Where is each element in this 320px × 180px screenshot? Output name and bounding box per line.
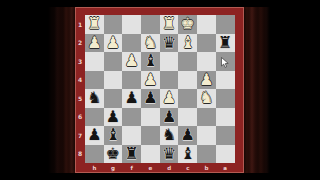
board-square[interactable] <box>178 89 197 108</box>
board-square[interactable] <box>178 52 197 71</box>
board-square[interactable] <box>141 145 160 164</box>
file-label: b <box>197 164 216 173</box>
black-bishop[interactable]: ♝ <box>106 126 120 145</box>
board-square[interactable] <box>216 15 235 34</box>
file-label: h <box>85 164 104 173</box>
black-pawn[interactable]: ♟ <box>143 89 157 108</box>
board-square[interactable] <box>178 71 197 90</box>
board-square[interactable]: ♝ <box>104 126 123 145</box>
board-square[interactable]: ♛ <box>160 145 179 164</box>
rank-label: 2 <box>76 34 84 53</box>
board-square[interactable] <box>197 145 216 164</box>
board-square[interactable] <box>122 71 141 90</box>
rank-label: 3 <box>76 52 84 71</box>
board-square[interactable] <box>104 89 123 108</box>
board-square[interactable]: ♞ <box>85 89 104 108</box>
board-square[interactable]: ♟ <box>160 108 179 127</box>
board-square[interactable] <box>216 145 235 164</box>
board-square[interactable]: ♟ <box>160 89 179 108</box>
white-rook[interactable]: ♜ <box>162 15 176 34</box>
black-bishop[interactable]: ♝ <box>143 52 157 71</box>
board-square[interactable] <box>197 126 216 145</box>
board-square[interactable]: ♝ <box>178 34 197 53</box>
file-label: d <box>160 164 179 173</box>
board-square[interactable] <box>122 15 141 34</box>
black-rook[interactable]: ♜ <box>125 145 139 164</box>
black-queen[interactable]: ♛ <box>162 34 176 53</box>
video-frame: 12345678 hgfedcba ♜♜♚♟♟♞♛♝♜♟♝♟♟♞♟♟♟♞♟♟♟♝… <box>0 0 320 180</box>
board-square[interactable]: ♟ <box>85 34 104 53</box>
board-square[interactable]: ♝ <box>141 52 160 71</box>
white-knight[interactable]: ♞ <box>143 34 157 53</box>
board-square[interactable] <box>178 108 197 127</box>
file-label: c <box>178 164 197 173</box>
file-labels: hgfedcba <box>85 164 235 173</box>
board-square[interactable] <box>85 52 104 71</box>
board-square[interactable] <box>160 52 179 71</box>
board-square[interactable]: ♛ <box>160 34 179 53</box>
board-square[interactable]: ♟ <box>122 52 141 71</box>
board-square[interactable] <box>216 108 235 127</box>
board-square[interactable]: ♜ <box>160 15 179 34</box>
board-square[interactable] <box>216 71 235 90</box>
white-pawn[interactable]: ♟ <box>106 34 120 53</box>
chess-board[interactable]: ♜♜♚♟♟♞♛♝♜♟♝♟♟♞♟♟♟♞♟♟♟♝♞♟♚♜♛♝ <box>85 15 235 163</box>
board-square[interactable]: ♟ <box>197 71 216 90</box>
file-label: f <box>122 164 141 173</box>
board-square[interactable]: ♟ <box>104 34 123 53</box>
white-knight[interactable]: ♞ <box>199 89 213 108</box>
black-queen[interactable]: ♛ <box>162 145 176 164</box>
board-square[interactable]: ♜ <box>216 34 235 53</box>
white-king[interactable]: ♚ <box>181 15 195 34</box>
board-square[interactable] <box>216 126 235 145</box>
white-pawn[interactable]: ♟ <box>125 52 139 71</box>
rank-label: 7 <box>76 126 84 145</box>
rank-label: 8 <box>76 145 84 164</box>
board-square[interactable] <box>122 34 141 53</box>
mouse-cursor-icon <box>221 57 230 68</box>
black-bishop[interactable]: ♝ <box>181 145 195 164</box>
board-square[interactable] <box>197 52 216 71</box>
black-knight[interactable]: ♞ <box>87 89 101 108</box>
board-square[interactable] <box>216 89 235 108</box>
board-square[interactable]: ♚ <box>178 15 197 34</box>
white-bishop[interactable]: ♝ <box>181 34 195 53</box>
white-pawn[interactable]: ♟ <box>87 34 101 53</box>
board-square[interactable] <box>104 15 123 34</box>
white-rook[interactable]: ♜ <box>87 15 101 34</box>
black-pawn[interactable]: ♟ <box>162 108 176 127</box>
board-square[interactable]: ♞ <box>160 126 179 145</box>
board-square[interactable]: ♟ <box>122 89 141 108</box>
board-square[interactable] <box>122 126 141 145</box>
white-pawn[interactable]: ♟ <box>162 89 176 108</box>
board-square[interactable] <box>122 108 141 127</box>
black-pawn[interactable]: ♟ <box>106 108 120 127</box>
board-square[interactable] <box>160 71 179 90</box>
file-label: e <box>141 164 160 173</box>
black-rook[interactable]: ♜ <box>218 34 232 53</box>
black-king[interactable]: ♚ <box>106 145 120 164</box>
rank-labels: 12345678 <box>76 15 84 163</box>
board-square[interactable]: ♞ <box>141 34 160 53</box>
rank-label: 1 <box>76 15 84 34</box>
rank-label: 4 <box>76 71 84 90</box>
board-square[interactable] <box>197 15 216 34</box>
rank-label: 6 <box>76 108 84 127</box>
black-pawn[interactable]: ♟ <box>87 126 101 145</box>
board-square[interactable]: ♟ <box>141 89 160 108</box>
board-square[interactable]: ♟ <box>85 126 104 145</box>
black-knight[interactable]: ♞ <box>162 126 176 145</box>
board-square[interactable]: ♟ <box>178 126 197 145</box>
board-square[interactable] <box>141 108 160 127</box>
black-pawn[interactable]: ♟ <box>125 89 139 108</box>
white-pawn[interactable]: ♟ <box>143 71 157 90</box>
board-square[interactable] <box>141 126 160 145</box>
board-square[interactable]: ♚ <box>104 145 123 164</box>
board-square[interactable]: ♟ <box>141 71 160 90</box>
board-square[interactable]: ♟ <box>104 108 123 127</box>
board-square[interactable] <box>85 108 104 127</box>
rank-label: 5 <box>76 89 84 108</box>
board-square[interactable] <box>85 145 104 164</box>
board-square[interactable] <box>197 108 216 127</box>
white-pawn[interactable]: ♟ <box>199 71 213 90</box>
board-square[interactable]: ♜ <box>85 15 104 34</box>
board-square[interactable] <box>104 52 123 71</box>
board-square[interactable]: ♜ <box>122 145 141 164</box>
board-square[interactable] <box>197 34 216 53</box>
board-square[interactable] <box>141 15 160 34</box>
board-square[interactable]: ♝ <box>178 145 197 164</box>
board-square[interactable] <box>85 71 104 90</box>
board-square[interactable] <box>104 71 123 90</box>
board-square[interactable]: ♞ <box>197 89 216 108</box>
black-pawn[interactable]: ♟ <box>181 126 195 145</box>
file-label: g <box>104 164 123 173</box>
file-label: a <box>216 164 235 173</box>
